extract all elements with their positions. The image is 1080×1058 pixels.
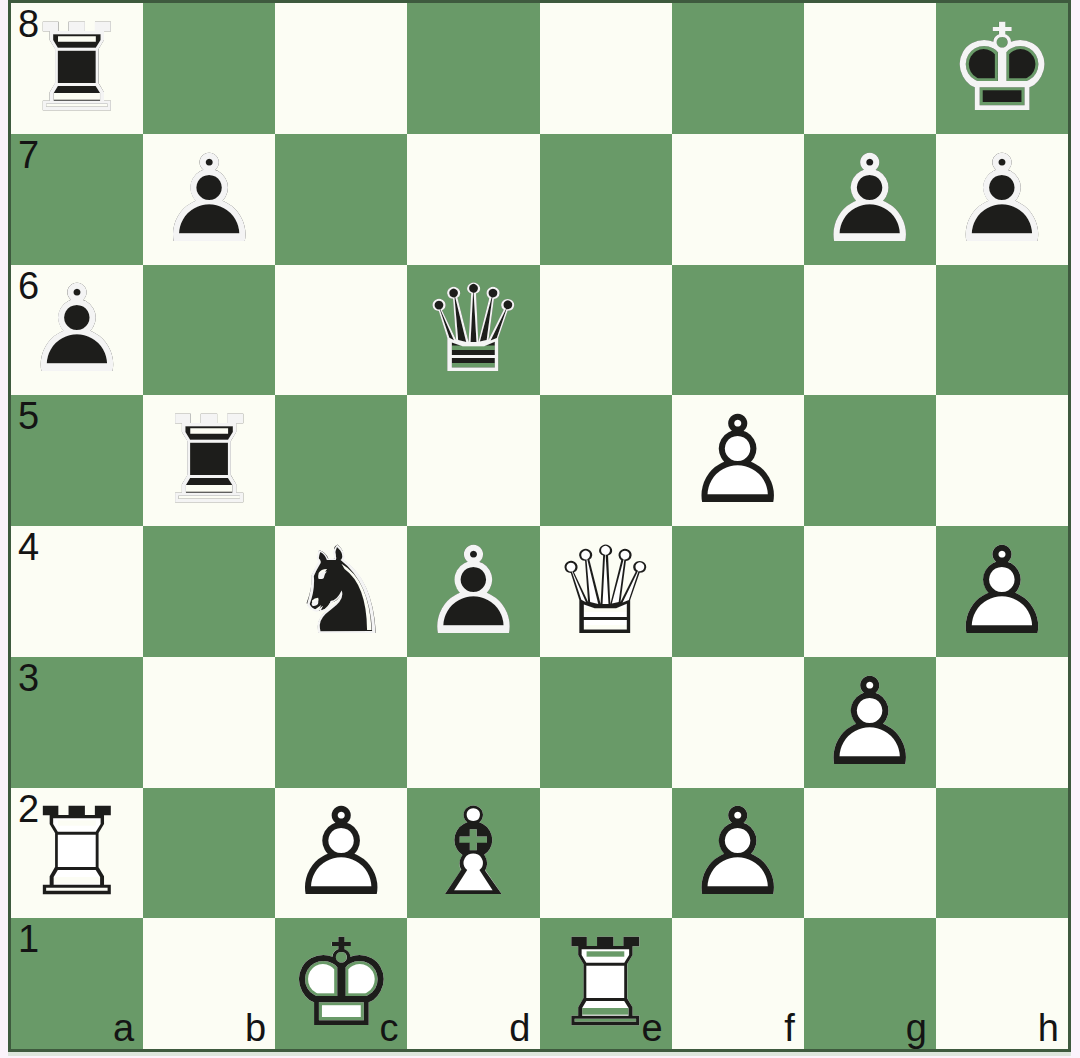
rank-label-7: 7 xyxy=(18,134,39,178)
square-c7[interactable] xyxy=(275,134,407,265)
black-queen-outline: ♕ xyxy=(419,269,527,390)
black-pawn[interactable]: ♟♙ xyxy=(407,526,539,657)
file-label-e: e xyxy=(641,1008,662,1050)
file-label-b: b xyxy=(245,1008,266,1050)
square-a7[interactable]: 7 xyxy=(11,134,143,265)
square-c1[interactable]: c♚♔ xyxy=(275,918,407,1049)
white-pawn-outline: ♙ xyxy=(683,792,791,913)
square-f8[interactable] xyxy=(672,3,804,134)
square-h4[interactable]: ♟♙ xyxy=(936,526,1068,657)
square-e1[interactable]: e♜♖ xyxy=(540,918,672,1049)
black-knight[interactable]: ♞♘ xyxy=(275,526,407,657)
square-e3[interactable] xyxy=(540,657,672,788)
white-pawn[interactable]: ♟♙ xyxy=(672,395,804,526)
rank-label-1: 1 xyxy=(18,918,39,962)
chess-board: 8♜♖♚♔7♟♙♟♙♟♙6♟♙♛♕5♜♖♟♙4♞♘♟♙♛♕♟♙3♟♙2♜♖♟♙♝… xyxy=(8,0,1071,1052)
square-a1[interactable]: 1a xyxy=(11,918,143,1049)
black-king[interactable]: ♚♔ xyxy=(936,3,1068,134)
square-f3[interactable] xyxy=(672,657,804,788)
square-d6[interactable]: ♛♕ xyxy=(407,265,539,396)
square-c2[interactable]: ♟♙ xyxy=(275,788,407,919)
square-h1[interactable]: h xyxy=(936,918,1068,1049)
square-d1[interactable]: d xyxy=(407,918,539,1049)
file-label-f: f xyxy=(784,1008,795,1050)
square-b2[interactable] xyxy=(143,788,275,919)
square-f1[interactable]: f xyxy=(672,918,804,1049)
white-pawn[interactable]: ♟♙ xyxy=(936,526,1068,657)
black-knight-outline: ♘ xyxy=(287,531,395,652)
square-e4[interactable]: ♛♕ xyxy=(540,526,672,657)
square-g7[interactable]: ♟♙ xyxy=(804,134,936,265)
square-a5[interactable]: 5 xyxy=(11,395,143,526)
square-g3[interactable]: ♟♙ xyxy=(804,657,936,788)
square-h6[interactable] xyxy=(936,265,1068,396)
square-b4[interactable] xyxy=(143,526,275,657)
square-g2[interactable] xyxy=(804,788,936,919)
square-h7[interactable]: ♟♙ xyxy=(936,134,1068,265)
square-a3[interactable]: 3 xyxy=(11,657,143,788)
black-pawn-outline: ♙ xyxy=(155,139,263,260)
square-c6[interactable] xyxy=(275,265,407,396)
file-label-g: g xyxy=(906,1008,927,1050)
square-b8[interactable] xyxy=(143,3,275,134)
square-g5[interactable] xyxy=(804,395,936,526)
square-d2[interactable]: ♝♗ xyxy=(407,788,539,919)
square-e7[interactable] xyxy=(540,134,672,265)
white-queen-outline: ♕ xyxy=(551,531,659,652)
black-pawn-outline: ♙ xyxy=(948,139,1056,260)
square-d8[interactable] xyxy=(407,3,539,134)
square-c4[interactable]: ♞♘ xyxy=(275,526,407,657)
file-label-d: d xyxy=(509,1008,530,1050)
file-label-a: a xyxy=(113,1008,134,1050)
black-rook-outline: ♖ xyxy=(155,400,263,521)
white-pawn[interactable]: ♟♙ xyxy=(672,788,804,919)
black-pawn[interactable]: ♟♙ xyxy=(804,134,936,265)
square-g4[interactable] xyxy=(804,526,936,657)
square-b7[interactable]: ♟♙ xyxy=(143,134,275,265)
square-g8[interactable] xyxy=(804,3,936,134)
square-h8[interactable]: ♚♔ xyxy=(936,3,1068,134)
square-d5[interactable] xyxy=(407,395,539,526)
square-b3[interactable] xyxy=(143,657,275,788)
square-g1[interactable]: g xyxy=(804,918,936,1049)
square-a8[interactable]: 8♜♖ xyxy=(11,3,143,134)
square-e2[interactable] xyxy=(540,788,672,919)
square-d4[interactable]: ♟♙ xyxy=(407,526,539,657)
white-queen[interactable]: ♛♕ xyxy=(540,526,672,657)
square-f7[interactable] xyxy=(672,134,804,265)
white-pawn-outline: ♙ xyxy=(287,792,395,913)
square-a4[interactable]: 4 xyxy=(11,526,143,657)
white-pawn[interactable]: ♟♙ xyxy=(275,788,407,919)
square-d3[interactable] xyxy=(407,657,539,788)
white-bishop[interactable]: ♝♗ xyxy=(407,788,539,919)
square-a2[interactable]: 2♜♖ xyxy=(11,788,143,919)
rank-label-8: 8 xyxy=(18,3,39,47)
square-c3[interactable] xyxy=(275,657,407,788)
square-h5[interactable] xyxy=(936,395,1068,526)
black-queen[interactable]: ♛♕ xyxy=(407,265,539,396)
square-c5[interactable] xyxy=(275,395,407,526)
square-g6[interactable] xyxy=(804,265,936,396)
rank-label-6: 6 xyxy=(18,265,39,309)
square-b5[interactable]: ♜♖ xyxy=(143,395,275,526)
black-king-outline: ♔ xyxy=(948,8,1056,129)
black-pawn-outline: ♙ xyxy=(816,139,924,260)
square-b1[interactable]: b xyxy=(143,918,275,1049)
square-h2[interactable] xyxy=(936,788,1068,919)
white-pawn-outline: ♙ xyxy=(683,400,791,521)
black-pawn[interactable]: ♟♙ xyxy=(936,134,1068,265)
square-a6[interactable]: 6♟♙ xyxy=(11,265,143,396)
square-f6[interactable] xyxy=(672,265,804,396)
black-rook[interactable]: ♜♖ xyxy=(143,395,275,526)
square-e6[interactable] xyxy=(540,265,672,396)
white-pawn-outline: ♙ xyxy=(948,531,1056,652)
white-bishop-outline: ♗ xyxy=(419,792,527,913)
file-label-h: h xyxy=(1038,1008,1059,1050)
rank-label-3: 3 xyxy=(18,657,39,701)
square-f4[interactable] xyxy=(672,526,804,657)
rank-label-2: 2 xyxy=(18,788,39,832)
square-b6[interactable] xyxy=(143,265,275,396)
square-c8[interactable] xyxy=(275,3,407,134)
rank-label-4: 4 xyxy=(18,526,39,570)
square-f2[interactable]: ♟♙ xyxy=(672,788,804,919)
white-pawn-outline: ♙ xyxy=(816,662,924,783)
black-pawn-outline: ♙ xyxy=(419,531,527,652)
file-label-c: c xyxy=(379,1008,398,1050)
rank-label-5: 5 xyxy=(18,395,39,439)
black-pawn[interactable]: ♟♙ xyxy=(143,134,275,265)
square-f5[interactable]: ♟♙ xyxy=(672,395,804,526)
square-h3[interactable] xyxy=(936,657,1068,788)
square-e8[interactable] xyxy=(540,3,672,134)
square-d7[interactable] xyxy=(407,134,539,265)
square-e5[interactable] xyxy=(540,395,672,526)
white-pawn[interactable]: ♟♙ xyxy=(804,657,936,788)
